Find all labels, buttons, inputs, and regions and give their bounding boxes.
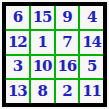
cell-r3c3: 16 <box>56 56 79 79</box>
cell-r2c4: 14 <box>80 31 103 54</box>
cell-r2c2: 1 <box>31 31 54 54</box>
magic-square-diagram: 61594121714310165138211 <box>0 0 109 109</box>
cell-r1c4: 4 <box>80 6 103 29</box>
cell-r4c1: 13 <box>6 80 29 103</box>
cell-r4c3: 2 <box>56 80 79 103</box>
cell-r2c1: 12 <box>6 31 29 54</box>
cell-r1c3: 9 <box>56 6 79 29</box>
board: 61594121714310165138211 <box>2 2 107 107</box>
cell-r3c1: 3 <box>6 56 29 79</box>
cell-r2c3: 7 <box>56 31 79 54</box>
cell-r4c2: 8 <box>31 80 54 103</box>
cell-r3c2: 10 <box>31 56 54 79</box>
cell-r1c2: 15 <box>31 6 54 29</box>
cell-r3c4: 5 <box>80 56 103 79</box>
cell-r4c4: 11 <box>80 80 103 103</box>
cell-r1c1: 6 <box>6 6 29 29</box>
board-grid: 61594121714310165138211 <box>6 6 103 103</box>
